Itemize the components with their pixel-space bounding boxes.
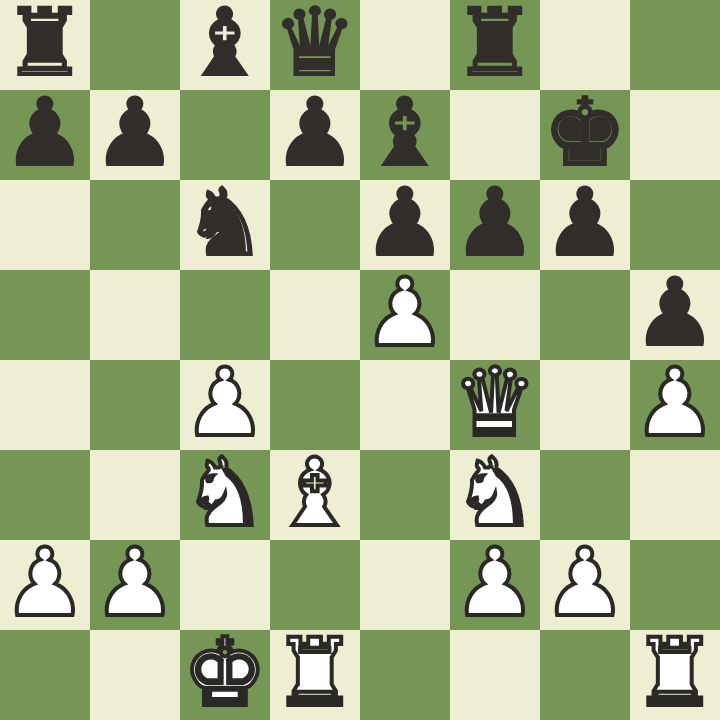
square-d3[interactable]: ♝ [270,450,360,540]
square-e4[interactable] [360,360,450,450]
square-h1[interactable]: ♜ [630,630,720,720]
square-e2[interactable] [360,540,450,630]
square-g4[interactable] [540,360,630,450]
square-d8[interactable]: ♛ [270,0,360,90]
square-f2[interactable]: ♟ [450,540,540,630]
square-c8[interactable]: ♝ [180,0,270,90]
white-pawn-a2[interactable]: ♟ [3,536,87,630]
white-king-c1[interactable]: ♚ [183,626,267,720]
square-f5[interactable] [450,270,540,360]
white-pawn-f2[interactable]: ♟ [453,536,537,630]
black-queen-d8[interactable]: ♛ [273,0,357,90]
chess-board: ♜♝♛♜♟♟♟♝♚♞♟♟♟♟♟♟♛♟♞♝♞♟♟♟♟♚♜♜ [0,0,720,720]
black-bishop-e7[interactable]: ♝ [363,86,447,180]
black-pawn-d7[interactable]: ♟ [273,86,357,180]
square-e7[interactable]: ♝ [360,90,450,180]
white-pawn-e5[interactable]: ♟ [363,266,447,360]
square-e6[interactable]: ♟ [360,180,450,270]
square-e8[interactable] [360,0,450,90]
square-h4[interactable]: ♟ [630,360,720,450]
square-b7[interactable]: ♟ [90,90,180,180]
square-g3[interactable] [540,450,630,540]
square-d6[interactable] [270,180,360,270]
square-b3[interactable] [90,450,180,540]
square-d5[interactable] [270,270,360,360]
square-h3[interactable] [630,450,720,540]
white-pawn-h4[interactable]: ♟ [633,356,717,450]
square-d2[interactable] [270,540,360,630]
square-e1[interactable] [360,630,450,720]
square-f4[interactable]: ♛ [450,360,540,450]
white-queen-f4[interactable]: ♛ [453,356,537,450]
square-g1[interactable] [540,630,630,720]
square-c4[interactable]: ♟ [180,360,270,450]
square-f1[interactable] [450,630,540,720]
white-rook-d1[interactable]: ♜ [273,626,357,720]
square-h6[interactable] [630,180,720,270]
square-b4[interactable] [90,360,180,450]
black-bishop-c8[interactable]: ♝ [183,0,267,90]
square-a6[interactable] [0,180,90,270]
square-h2[interactable] [630,540,720,630]
square-g6[interactable]: ♟ [540,180,630,270]
white-pawn-c4[interactable]: ♟ [183,356,267,450]
black-pawn-f6[interactable]: ♟ [453,176,537,270]
square-b8[interactable] [90,0,180,90]
square-g7[interactable]: ♚ [540,90,630,180]
square-b5[interactable] [90,270,180,360]
square-f6[interactable]: ♟ [450,180,540,270]
square-a7[interactable]: ♟ [0,90,90,180]
black-pawn-e6[interactable]: ♟ [363,176,447,270]
square-d7[interactable]: ♟ [270,90,360,180]
square-c3[interactable]: ♞ [180,450,270,540]
black-pawn-g6[interactable]: ♟ [543,176,627,270]
square-h7[interactable] [630,90,720,180]
square-e3[interactable] [360,450,450,540]
square-d1[interactable]: ♜ [270,630,360,720]
black-king-g7[interactable]: ♚ [543,86,627,180]
white-knight-f3[interactable]: ♞ [453,446,537,540]
square-f7[interactable] [450,90,540,180]
white-rook-h1[interactable]: ♜ [633,626,717,720]
black-rook-f8[interactable]: ♜ [453,0,537,90]
white-pawn-g2[interactable]: ♟ [543,536,627,630]
square-b6[interactable] [90,180,180,270]
square-f3[interactable]: ♞ [450,450,540,540]
black-pawn-b7[interactable]: ♟ [93,86,177,180]
square-h5[interactable]: ♟ [630,270,720,360]
square-c5[interactable] [180,270,270,360]
black-pawn-h5[interactable]: ♟ [633,266,717,360]
white-pawn-b2[interactable]: ♟ [93,536,177,630]
square-c2[interactable] [180,540,270,630]
square-d4[interactable] [270,360,360,450]
square-g8[interactable] [540,0,630,90]
square-f8[interactable]: ♜ [450,0,540,90]
white-bishop-d3[interactable]: ♝ [273,446,357,540]
square-a2[interactable]: ♟ [0,540,90,630]
black-pawn-a7[interactable]: ♟ [3,86,87,180]
square-g5[interactable] [540,270,630,360]
square-a3[interactable] [0,450,90,540]
square-a4[interactable] [0,360,90,450]
square-e5[interactable]: ♟ [360,270,450,360]
square-a5[interactable] [0,270,90,360]
white-knight-c3[interactable]: ♞ [183,446,267,540]
black-knight-c6[interactable]: ♞ [183,176,267,270]
square-g2[interactable]: ♟ [540,540,630,630]
square-a8[interactable]: ♜ [0,0,90,90]
square-c6[interactable]: ♞ [180,180,270,270]
square-c7[interactable] [180,90,270,180]
black-rook-a8[interactable]: ♜ [3,0,87,90]
square-b1[interactable] [90,630,180,720]
square-h8[interactable] [630,0,720,90]
square-c1[interactable]: ♚ [180,630,270,720]
square-b2[interactable]: ♟ [90,540,180,630]
square-a1[interactable] [0,630,90,720]
